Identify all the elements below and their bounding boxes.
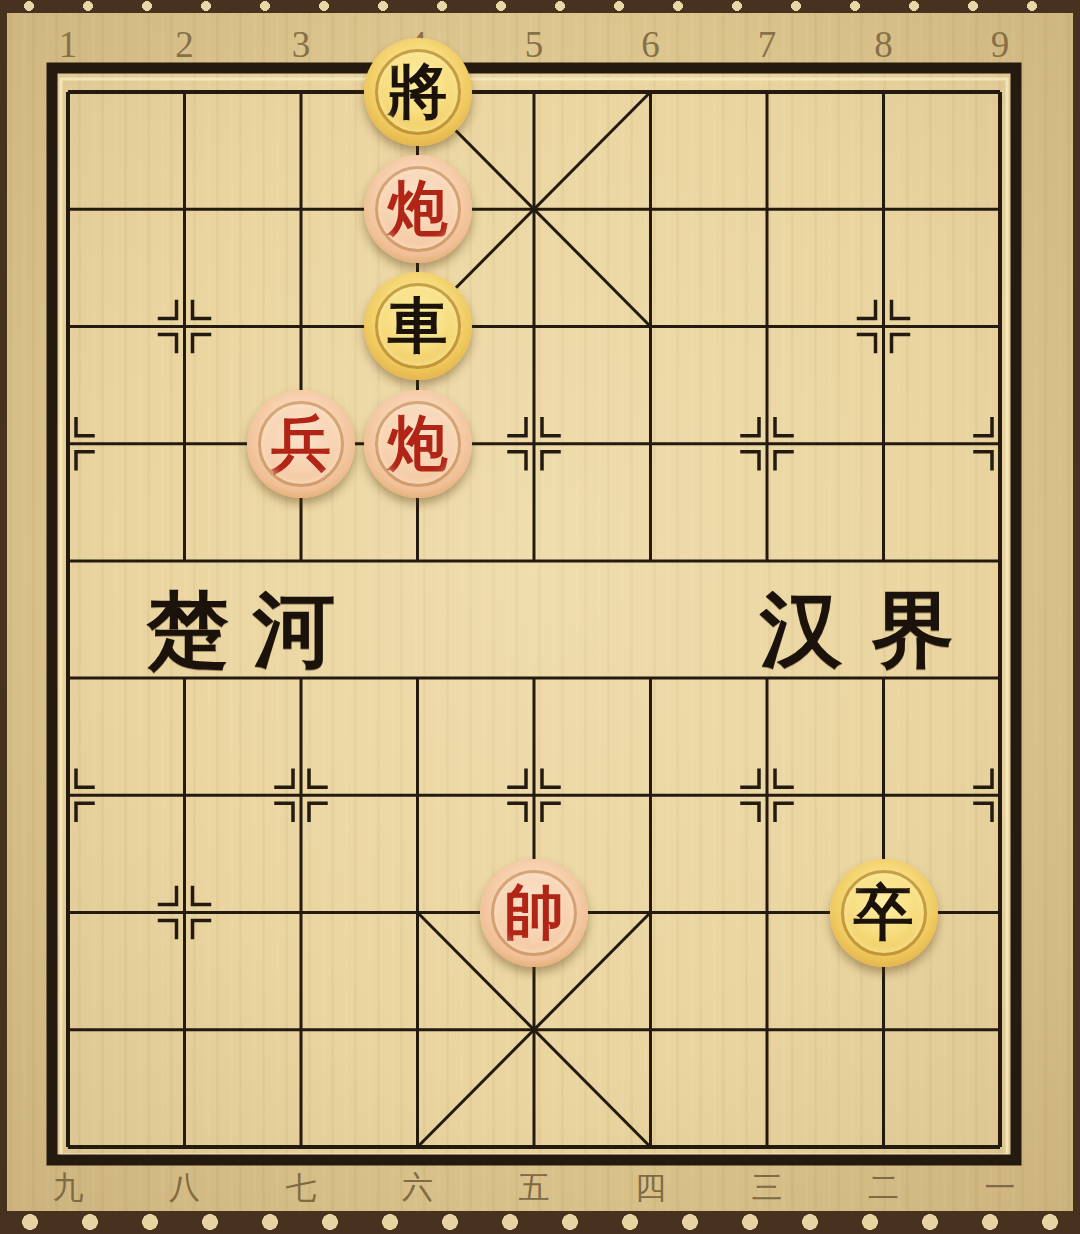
red-general[interactable]: 帥 [480,859,588,967]
file-label-bottom-9: 一 [965,1168,1035,1208]
file-label-bottom-3: 七 [266,1168,336,1208]
file-label-top-9: 9 [965,26,1035,64]
file-label-top-5: 5 [499,26,569,64]
file-label-top-7: 7 [732,26,802,64]
river-text-han-jie: 汉界 [760,576,984,686]
frame-edge-bottom [0,1211,1080,1234]
black-soldier[interactable]: 卒 [830,859,938,967]
file-label-top-2: 2 [150,26,220,64]
river-text-chu-he: 楚河 [147,576,359,686]
file-label-bottom-4: 六 [383,1168,453,1208]
file-label-bottom-8: 二 [849,1168,919,1208]
frame-edge-right [1073,0,1080,1234]
file-label-bottom-7: 三 [732,1168,802,1208]
frame-edge-top [0,0,1080,13]
file-label-top-1: 1 [33,26,103,64]
frame-edge-left [0,0,7,1234]
file-label-bottom-5: 五 [499,1168,569,1208]
black-general[interactable]: 將 [364,38,472,146]
file-label-bottom-2: 八 [150,1168,220,1208]
black-chariot[interactable]: 車 [364,272,472,380]
file-label-bottom-6: 四 [616,1168,686,1208]
xiangqi-board-screenshot: 123456789 九八七六五四三二一 楚河 汉界 將炮車兵炮帥卒 [0,0,1080,1234]
file-label-top-6: 6 [616,26,686,64]
red-cannon-front[interactable]: 炮 [364,155,472,263]
file-label-bottom-1: 九 [33,1168,103,1208]
red-cannon-rear[interactable]: 炮 [364,390,472,498]
red-soldier[interactable]: 兵 [247,390,355,498]
file-label-top-3: 3 [266,26,336,64]
file-label-top-8: 8 [849,26,919,64]
